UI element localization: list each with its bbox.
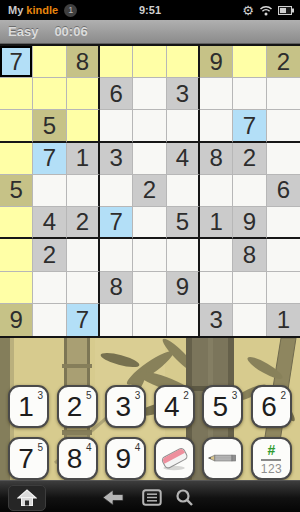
cell-r7c6[interactable] <box>167 239 200 271</box>
cell-r7c1[interactable] <box>0 239 33 271</box>
cell-r2c8[interactable] <box>233 78 266 110</box>
digit-2-button[interactable]: 25 <box>57 385 98 428</box>
cell-r2c2[interactable] <box>33 78 66 110</box>
digit-label: 3 <box>115 393 131 421</box>
cell-r3c9[interactable] <box>267 110 300 142</box>
cell-r8c6[interactable]: 9 <box>167 272 200 304</box>
game-header: Easy 00:06 <box>0 20 300 44</box>
cell-r7c9[interactable] <box>267 239 300 271</box>
cell-r6c9[interactable] <box>267 207 300 239</box>
cell-r1c7[interactable]: 9 <box>200 46 233 78</box>
cell-r3c8[interactable]: 7 <box>233 110 266 142</box>
numpad-label: 123 <box>261 463 283 475</box>
cell-r6c4[interactable]: 7 <box>100 207 133 239</box>
menu-icon <box>142 489 162 506</box>
cell-r9c9[interactable]: 1 <box>267 304 300 336</box>
digit-label: 8 <box>67 445 83 473</box>
bottom-navbar <box>0 480 300 512</box>
digit-4-button[interactable]: 42 <box>154 385 195 428</box>
cell-r4c1[interactable] <box>0 143 33 175</box>
cell-r9c6[interactable] <box>167 304 200 336</box>
cell-r5c1[interactable]: 5 <box>0 175 33 207</box>
cell-r2c4[interactable]: 6 <box>100 78 133 110</box>
cell-r5c5[interactable]: 2 <box>133 175 166 207</box>
search-button[interactable] <box>172 487 196 507</box>
digit-7-button[interactable]: 75 <box>8 437 49 480</box>
cell-r8c8[interactable] <box>233 272 266 304</box>
cell-r2c7[interactable] <box>200 78 233 110</box>
back-icon <box>101 489 125 506</box>
cell-r5c8[interactable] <box>233 175 266 207</box>
cell-r6c2[interactable]: 4 <box>33 207 66 239</box>
digit-count: 5 <box>37 442 43 453</box>
eraser-button[interactable] <box>154 437 195 480</box>
digit-count: 4 <box>135 442 141 453</box>
cell-r2c3[interactable] <box>67 78 100 110</box>
cell-r8c4[interactable]: 8 <box>100 272 133 304</box>
cell-r9c7[interactable]: 3 <box>200 304 233 336</box>
digit-label: 5 <box>213 393 229 421</box>
cell-r6c5[interactable] <box>133 207 166 239</box>
digit-count: 2 <box>183 390 189 401</box>
hash-label: # <box>268 443 276 457</box>
cell-r1c3[interactable]: 8 <box>67 46 100 78</box>
cell-r7c4[interactable] <box>100 239 133 271</box>
wifi-icon <box>259 5 273 16</box>
cell-r8c2[interactable] <box>33 272 66 304</box>
cell-r4c4[interactable]: 3 <box>100 143 133 175</box>
digit-count: 3 <box>135 390 141 401</box>
cell-r2c5[interactable] <box>133 78 166 110</box>
digit-count: 2 <box>280 390 286 401</box>
status-bar: My kindle 1 9:51 ⚙ <box>0 0 300 20</box>
cell-r8c1[interactable] <box>0 272 33 304</box>
cell-r8c3[interactable] <box>67 272 100 304</box>
cell-r9c4[interactable] <box>100 304 133 336</box>
cell-r6c7[interactable]: 1 <box>200 207 233 239</box>
keypad: 13 25 33 42 53 62 75 84 94 <box>0 385 300 489</box>
difficulty-label: Easy <box>8 24 38 39</box>
cell-r9c8[interactable] <box>233 304 266 336</box>
cell-r9c2[interactable] <box>33 304 66 336</box>
cell-r7c2[interactable]: 2 <box>33 239 66 271</box>
cell-r3c4[interactable] <box>100 110 133 142</box>
sudoku-grid: 7892635771348252642751928899731 <box>0 44 300 338</box>
cell-r1c1[interactable]: 7 <box>0 46 33 78</box>
cell-r5c2[interactable] <box>33 175 66 207</box>
cell-r2c1[interactable] <box>0 78 33 110</box>
back-button[interactable] <box>101 487 125 507</box>
digit-label: 9 <box>115 445 131 473</box>
cell-r9c3[interactable]: 7 <box>67 304 100 336</box>
cell-r4c9[interactable] <box>267 143 300 175</box>
digit-5-button[interactable]: 53 <box>202 385 243 428</box>
digit-count: 4 <box>86 442 92 453</box>
timer-label: 00:06 <box>54 24 87 39</box>
cell-r1c6[interactable] <box>167 46 200 78</box>
cell-r2c6[interactable]: 3 <box>167 78 200 110</box>
cell-r4c3[interactable]: 1 <box>67 143 100 175</box>
cell-r9c5[interactable] <box>133 304 166 336</box>
cell-r3c6[interactable] <box>167 110 200 142</box>
cell-r8c5[interactable] <box>133 272 166 304</box>
cell-r6c1[interactable] <box>0 207 33 239</box>
cell-r5c6[interactable] <box>167 175 200 207</box>
digit-1-button[interactable]: 13 <box>8 385 49 428</box>
cell-r1c4[interactable] <box>100 46 133 78</box>
divider <box>261 459 281 461</box>
digit-9-button[interactable]: 94 <box>105 437 146 480</box>
cell-r6c3[interactable]: 2 <box>67 207 100 239</box>
cell-r3c2[interactable]: 5 <box>33 110 66 142</box>
digit-count: 3 <box>37 390 43 401</box>
cell-r2c9[interactable] <box>267 78 300 110</box>
pencil-button[interactable] <box>202 437 243 480</box>
gear-icon: ⚙ <box>242 4 254 17</box>
cell-r1c5[interactable] <box>133 46 166 78</box>
cell-r4c7[interactable]: 8 <box>200 143 233 175</box>
cell-r4c2[interactable]: 7 <box>33 143 66 175</box>
digit-count: 3 <box>232 390 238 401</box>
pencil-icon <box>204 439 241 478</box>
battery-icon <box>278 6 294 15</box>
digit-count: 5 <box>86 390 92 401</box>
cell-r4c5[interactable] <box>133 143 166 175</box>
cell-r8c7[interactable] <box>200 272 233 304</box>
home-button[interactable] <box>8 485 46 511</box>
cell-r4c8[interactable]: 2 <box>233 143 266 175</box>
cell-r4c6[interactable]: 4 <box>167 143 200 175</box>
digit-label: 1 <box>18 393 34 421</box>
digit-label: 4 <box>164 393 180 421</box>
cell-r5c9[interactable]: 6 <box>267 175 300 207</box>
keypad-area: 13 25 33 42 53 62 75 84 94 <box>0 338 300 480</box>
cell-r1c8[interactable] <box>233 46 266 78</box>
cell-r7c7[interactable] <box>200 239 233 271</box>
eraser-icon <box>156 439 193 478</box>
digit-label: 6 <box>261 393 277 421</box>
digit-8-button[interactable]: 84 <box>57 437 98 480</box>
cell-r6c8[interactable]: 9 <box>233 207 266 239</box>
cell-r3c7[interactable] <box>200 110 233 142</box>
home-icon <box>17 489 37 507</box>
cell-r1c2[interactable] <box>33 46 66 78</box>
digit-6-button[interactable]: 62 <box>251 385 292 428</box>
numpad-toggle-button[interactable]: # 123 <box>251 437 292 480</box>
cell-r9c1[interactable]: 9 <box>0 304 33 336</box>
digit-label: 2 <box>67 393 83 421</box>
cell-r1c9[interactable]: 2 <box>267 46 300 78</box>
cell-r3c5[interactable] <box>133 110 166 142</box>
digit-3-button[interactable]: 33 <box>105 385 146 428</box>
cell-r7c3[interactable] <box>67 239 100 271</box>
cell-r3c1[interactable] <box>0 110 33 142</box>
cell-r5c3[interactable] <box>67 175 100 207</box>
search-icon <box>175 488 194 507</box>
digit-label: 7 <box>18 445 34 473</box>
cell-r7c8[interactable]: 8 <box>233 239 266 271</box>
cell-r5c7[interactable] <box>200 175 233 207</box>
cell-r8c9[interactable] <box>267 272 300 304</box>
cell-r3c3[interactable] <box>67 110 100 142</box>
cell-r7c5[interactable] <box>133 239 166 271</box>
cell-r5c4[interactable] <box>100 175 133 207</box>
cell-r6c6[interactable]: 5 <box>167 207 200 239</box>
menu-button[interactable] <box>140 487 164 507</box>
